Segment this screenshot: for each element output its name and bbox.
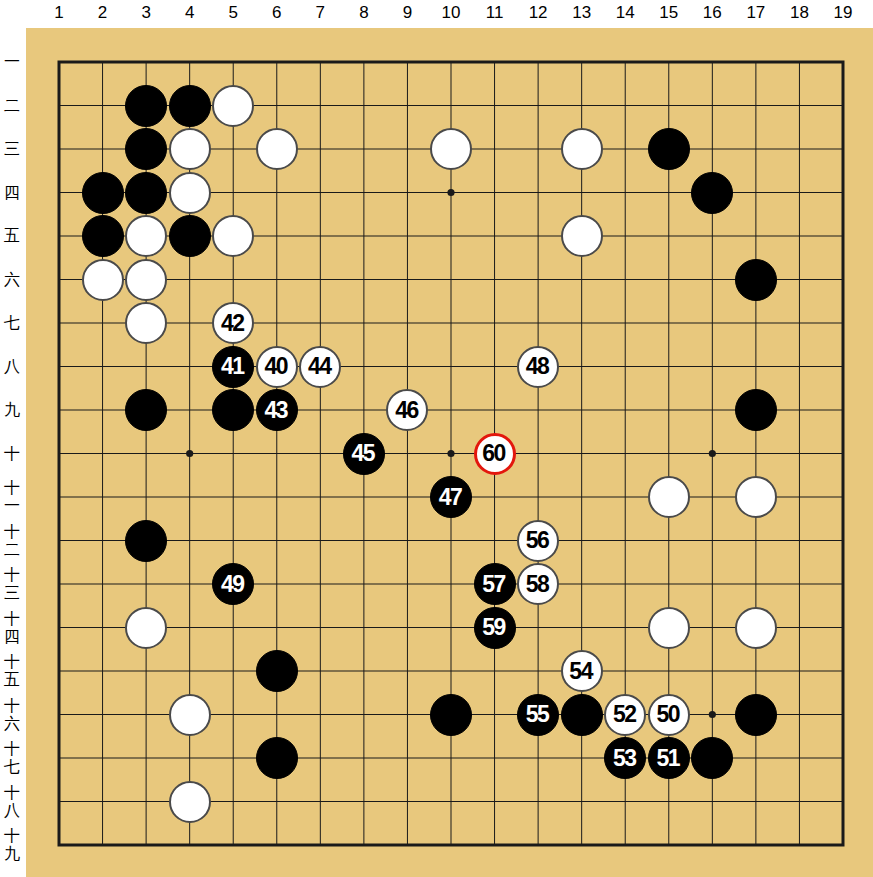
row-coordinate-label: 十 [4, 445, 20, 463]
top-coordinate-label: 19 [834, 3, 853, 23]
black-stone [691, 172, 733, 214]
move-number-label: 46 [395, 399, 418, 422]
move-number-label: 54 [569, 660, 592, 683]
move-44-white-stone: 44 [299, 346, 341, 388]
white-stone [125, 302, 167, 344]
black-stone [430, 694, 472, 736]
top-coordinate-label: 15 [659, 3, 678, 23]
move-number-label: 40 [264, 355, 287, 378]
move-54-white-stone: 54 [561, 650, 603, 692]
row-coordinate-label: 二 [4, 97, 20, 115]
white-stone [169, 781, 211, 823]
top-coordinate-label: 6 [272, 3, 281, 23]
move-43-black-stone: 43 [256, 389, 298, 431]
top-coordinate-label: 13 [572, 3, 591, 23]
row-coordinate-label: 十 五 [4, 653, 20, 689]
row-coordinate-label: 十 二 [4, 523, 20, 559]
move-48-white-stone: 48 [517, 346, 559, 388]
move-53-black-stone: 53 [604, 737, 646, 779]
white-stone [256, 128, 298, 170]
move-60-white-stone: 60 [474, 433, 516, 475]
move-number-label: 59 [482, 616, 505, 639]
row-coordinate-label: 十 三 [4, 566, 20, 602]
black-stone [648, 128, 690, 170]
white-stone [430, 128, 472, 170]
white-stone [735, 476, 777, 518]
black-stone [691, 737, 733, 779]
top-coordinate-label: 17 [746, 3, 765, 23]
move-57-black-stone: 57 [474, 563, 516, 605]
row-coordinate-label: 十 一 [4, 479, 20, 515]
white-stone [212, 215, 254, 257]
row-coordinate-label: 一 [4, 53, 20, 71]
black-stone [256, 650, 298, 692]
move-number-label: 49 [221, 573, 244, 596]
black-stone [125, 128, 167, 170]
move-40-white-stone: 40 [256, 346, 298, 388]
white-stone [648, 607, 690, 649]
move-46-white-stone: 46 [386, 389, 428, 431]
move-49-black-stone: 49 [212, 563, 254, 605]
row-coordinate-label: 十 四 [4, 610, 20, 646]
white-stone [169, 694, 211, 736]
move-number-label: 60 [482, 442, 505, 465]
row-coordinate-label: 十 八 [4, 784, 20, 820]
top-coordinate-label: 11 [486, 3, 504, 23]
move-number-label: 43 [264, 399, 287, 422]
move-45-black-stone: 45 [343, 433, 385, 475]
move-number-label: 53 [613, 747, 636, 770]
white-stone [125, 215, 167, 257]
top-coordinate-label: 7 [316, 3, 325, 23]
row-coordinate-label: 十 六 [4, 697, 20, 733]
white-stone [169, 128, 211, 170]
top-coordinate-label: 9 [403, 3, 412, 23]
move-number-label: 45 [352, 442, 375, 465]
move-41-black-stone: 41 [212, 346, 254, 388]
move-59-black-stone: 59 [474, 607, 516, 649]
top-coordinate-label: 18 [790, 3, 809, 23]
top-coordinate-label: 10 [442, 3, 461, 23]
move-47-black-stone: 47 [430, 476, 472, 518]
black-stone [125, 172, 167, 214]
top-coordinate-label: 16 [703, 3, 722, 23]
white-stone [125, 607, 167, 649]
black-stone [735, 389, 777, 431]
white-stone [735, 607, 777, 649]
white-stone [648, 476, 690, 518]
top-coordinate-label: 2 [98, 3, 107, 23]
black-stone [169, 85, 211, 127]
white-stone [82, 259, 124, 301]
move-52-white-stone: 52 [604, 694, 646, 736]
move-number-label: 44 [308, 355, 331, 378]
black-stone [125, 520, 167, 562]
move-55-black-stone: 55 [517, 694, 559, 736]
white-stone [561, 128, 603, 170]
move-number-label: 57 [482, 573, 505, 596]
move-56-white-stone: 56 [517, 520, 559, 562]
move-number-label: 48 [526, 355, 549, 378]
black-stone [735, 259, 777, 301]
top-coordinate-label: 1 [54, 3, 63, 23]
black-stone [125, 389, 167, 431]
move-number-label: 42 [221, 312, 244, 335]
row-coordinate-label: 六 [4, 271, 20, 289]
black-stone [561, 694, 603, 736]
black-stone [125, 85, 167, 127]
row-coordinate-label: 九 [4, 401, 20, 419]
black-stone [82, 215, 124, 257]
move-42-white-stone: 42 [212, 302, 254, 344]
top-coordinate-label: 5 [228, 3, 237, 23]
move-51-black-stone: 51 [648, 737, 690, 779]
top-coordinate-label: 4 [185, 3, 194, 23]
white-stone [125, 259, 167, 301]
move-number-label: 55 [526, 703, 549, 726]
move-number-label: 56 [526, 529, 549, 552]
black-stone [82, 172, 124, 214]
black-stone [169, 215, 211, 257]
black-stone [212, 389, 254, 431]
move-number-label: 47 [439, 486, 462, 509]
go-kifu-diagram: 12345678910111213141516171819 一二三四五六七八九十… [0, 0, 873, 877]
white-stone [169, 172, 211, 214]
row-coordinate-label: 三 [4, 140, 20, 158]
move-number-label: 50 [656, 703, 679, 726]
row-coordinate-label: 四 [4, 184, 20, 202]
black-stone [735, 694, 777, 736]
top-coordinate-label: 8 [359, 3, 368, 23]
row-coordinate-label: 七 [4, 314, 20, 332]
move-58-white-stone: 58 [517, 563, 559, 605]
black-stone [256, 737, 298, 779]
move-number-label: 41 [221, 355, 244, 378]
top-coordinate-label: 12 [529, 3, 548, 23]
row-coordinate-label: 十 七 [4, 740, 20, 776]
move-number-label: 51 [656, 747, 679, 770]
row-coordinate-label: 五 [4, 227, 20, 245]
row-coordinate-label: 十 九 [4, 827, 20, 863]
move-50-white-stone: 50 [648, 694, 690, 736]
white-stone [561, 215, 603, 257]
top-coordinate-label: 3 [141, 3, 150, 23]
move-number-label: 58 [526, 573, 549, 596]
move-number-label: 52 [613, 703, 636, 726]
white-stone [212, 85, 254, 127]
top-coordinate-label: 14 [616, 3, 635, 23]
row-coordinate-label: 八 [4, 358, 20, 376]
